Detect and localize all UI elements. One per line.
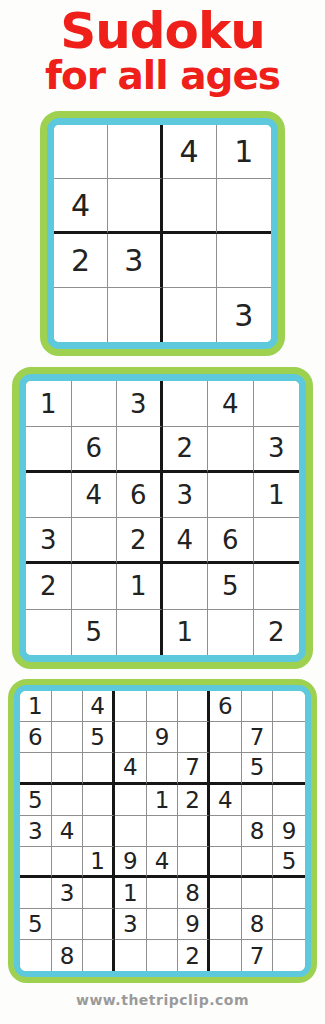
cell-r1c1[interactable] <box>54 125 108 179</box>
cell-r2c2[interactable] <box>108 179 162 233</box>
page-subtitle: for all ages <box>45 57 280 95</box>
cell-r9c5[interactable] <box>147 940 179 971</box>
sudoku-board-4x4-frame: 414233 <box>40 111 285 356</box>
cell-r4c5[interactable]: 1 <box>147 785 179 816</box>
cell-r5c6[interactable] <box>254 564 300 610</box>
cell-r1c4[interactable] <box>163 381 209 427</box>
cell-r9c4[interactable] <box>115 940 147 971</box>
cell-r5c7[interactable] <box>210 816 242 847</box>
cell-r6c4[interactable]: 9 <box>115 847 147 878</box>
sudoku-board-6x6-frame: 13462346313246215512 <box>12 367 313 669</box>
cell-r4c1[interactable]: 5 <box>20 785 52 816</box>
cell-r3c6[interactable]: 7 <box>178 753 210 784</box>
cell-r3c2[interactable]: 4 <box>72 473 118 519</box>
cell-r6c7[interactable] <box>210 847 242 878</box>
cell-r2c3[interactable]: 5 <box>83 722 115 753</box>
cell-r6c3[interactable] <box>117 610 163 656</box>
cell-r6c6[interactable] <box>178 847 210 878</box>
cell-r5c5[interactable]: 5 <box>208 564 254 610</box>
cell-r1c2[interactable] <box>52 691 84 722</box>
cell-r1c5[interactable]: 4 <box>208 381 254 427</box>
cell-r2c4[interactable] <box>217 179 271 233</box>
cell-r1c2[interactable] <box>72 381 118 427</box>
worksheet-page: Sudoku for all ages 414233 1346234631324… <box>0 0 325 1024</box>
cell-r7c9[interactable] <box>273 878 305 909</box>
cell-r1c3[interactable]: 3 <box>117 381 163 427</box>
cell-r4c2[interactable] <box>72 518 118 564</box>
cell-r2c9[interactable] <box>273 722 305 753</box>
cell-r8c6[interactable]: 9 <box>178 909 210 940</box>
cell-r5c2[interactable] <box>72 564 118 610</box>
cell-r5c2[interactable]: 4 <box>52 816 84 847</box>
cell-r4c1[interactable]: 3 <box>26 518 72 564</box>
cell-r5c4[interactable] <box>163 564 209 610</box>
cell-r4c4[interactable] <box>115 785 147 816</box>
cell-r1c9[interactable] <box>273 691 305 722</box>
cell-r8c5[interactable] <box>147 909 179 940</box>
sudoku-board-9x9-frame: 14665974755124348919453185398827 <box>8 679 317 983</box>
cell-r6c2[interactable]: 5 <box>72 610 118 656</box>
cell-r8c8[interactable]: 8 <box>242 909 274 940</box>
cell-r6c8[interactable] <box>242 847 274 878</box>
cell-r2c1[interactable]: 4 <box>54 179 108 233</box>
cell-r6c1[interactable] <box>20 847 52 878</box>
cell-r7c6[interactable]: 8 <box>178 878 210 909</box>
cell-r2c2[interactable]: 6 <box>72 427 118 473</box>
cell-r2c1[interactable]: 6 <box>20 722 52 753</box>
cell-r9c1[interactable] <box>20 940 52 971</box>
cell-r1c1[interactable]: 1 <box>26 381 72 427</box>
cell-r4c2[interactable] <box>52 785 84 816</box>
cell-r1c8[interactable] <box>242 691 274 722</box>
cell-r6c2[interactable] <box>52 847 84 878</box>
cell-r9c3[interactable] <box>83 940 115 971</box>
cell-r1c4[interactable] <box>115 691 147 722</box>
cell-r3c8[interactable]: 5 <box>242 753 274 784</box>
cell-r2c5[interactable] <box>208 427 254 473</box>
cell-r7c8[interactable] <box>242 878 274 909</box>
footer-url: www.thetripclip.com <box>76 992 249 1008</box>
cell-r4c4[interactable]: 3 <box>217 288 271 342</box>
cell-r4c6[interactable] <box>254 518 300 564</box>
sudoku-grid-6x6: 13462346313246215512 <box>26 381 299 655</box>
cell-r2c7[interactable] <box>210 722 242 753</box>
page-title: Sudoku <box>60 6 265 57</box>
cell-r4c7[interactable]: 4 <box>210 785 242 816</box>
cell-r5c1[interactable]: 3 <box>20 816 52 847</box>
cell-r8c9[interactable] <box>273 909 305 940</box>
cell-r8c2[interactable] <box>52 909 84 940</box>
cell-r8c1[interactable]: 5 <box>20 909 52 940</box>
cell-r9c8[interactable]: 7 <box>242 940 274 971</box>
cell-r5c4[interactable] <box>115 816 147 847</box>
cell-r7c2[interactable]: 3 <box>52 878 84 909</box>
cell-r1c1[interactable]: 1 <box>20 691 52 722</box>
cell-r1c6[interactable] <box>254 381 300 427</box>
cell-r4c3[interactable]: 2 <box>117 518 163 564</box>
sudoku-board-6x6-inner: 13462346313246215512 <box>19 374 306 662</box>
cell-r1c3[interactable]: 4 <box>163 125 217 179</box>
cell-r5c1[interactable]: 2 <box>26 564 72 610</box>
cell-r3c4[interactable]: 4 <box>115 753 147 784</box>
sudoku-grid-4x4: 414233 <box>54 125 271 342</box>
cell-r7c3[interactable] <box>83 878 115 909</box>
cell-r6c3[interactable]: 1 <box>83 847 115 878</box>
cell-r2c6[interactable]: 3 <box>254 427 300 473</box>
cell-r6c5[interactable]: 4 <box>147 847 179 878</box>
cell-r2c3[interactable] <box>117 427 163 473</box>
cell-r5c8[interactable]: 8 <box>242 816 274 847</box>
cell-r3c5[interactable] <box>208 473 254 519</box>
cell-r3c4[interactable]: 3 <box>163 473 209 519</box>
cell-r9c6[interactable]: 2 <box>178 940 210 971</box>
cell-r3c7[interactable] <box>210 753 242 784</box>
cell-r2c4[interactable] <box>115 722 147 753</box>
cell-r4c1[interactable] <box>54 288 108 342</box>
cell-r1c5[interactable] <box>147 691 179 722</box>
cell-r1c3[interactable]: 4 <box>83 691 115 722</box>
cell-r4c4[interactable]: 4 <box>163 518 209 564</box>
cell-r4c2[interactable] <box>108 288 162 342</box>
cell-r3c1[interactable]: 2 <box>54 234 108 288</box>
cell-r3c3[interactable] <box>83 753 115 784</box>
cell-r2c2[interactable] <box>52 722 84 753</box>
cell-r3c3[interactable] <box>163 234 217 288</box>
cell-r7c1[interactable] <box>20 878 52 909</box>
cell-r4c3[interactable] <box>83 785 115 816</box>
cell-r4c5[interactable]: 6 <box>208 518 254 564</box>
cell-r3c1[interactable] <box>26 473 72 519</box>
cell-r5c3[interactable] <box>83 816 115 847</box>
cell-r3c1[interactable] <box>20 753 52 784</box>
cell-r6c5[interactable] <box>208 610 254 656</box>
cell-r6c9[interactable]: 5 <box>273 847 305 878</box>
cell-r6c4[interactable]: 1 <box>163 610 209 656</box>
cell-r2c8[interactable]: 7 <box>242 722 274 753</box>
cell-r9c7[interactable] <box>210 940 242 971</box>
cell-r5c9[interactable]: 9 <box>273 816 305 847</box>
cell-r2c6[interactable] <box>178 722 210 753</box>
cell-r5c3[interactable]: 1 <box>117 564 163 610</box>
cell-r7c7[interactable] <box>210 878 242 909</box>
cell-r3c5[interactable] <box>147 753 179 784</box>
cell-r4c8[interactable] <box>242 785 274 816</box>
sudoku-grid-9x9: 14665974755124348919453185398827 <box>20 691 305 971</box>
cell-r2c4[interactable]: 2 <box>163 427 209 473</box>
cell-r1c6[interactable] <box>178 691 210 722</box>
cell-r1c2[interactable] <box>108 125 162 179</box>
cell-r7c5[interactable] <box>147 878 179 909</box>
cell-r3c2[interactable] <box>52 753 84 784</box>
sudoku-board-4x4-inner: 414233 <box>47 118 278 349</box>
cell-r7c4[interactable]: 1 <box>115 878 147 909</box>
cell-r9c2[interactable]: 8 <box>52 940 84 971</box>
cell-r3c3[interactable]: 6 <box>117 473 163 519</box>
cell-r3c2[interactable]: 3 <box>108 234 162 288</box>
cell-r8c4[interactable]: 3 <box>115 909 147 940</box>
cell-r4c3[interactable] <box>163 288 217 342</box>
cell-r5c6[interactable] <box>178 816 210 847</box>
cell-r4c6[interactable]: 2 <box>178 785 210 816</box>
cell-r1c4[interactable]: 1 <box>217 125 271 179</box>
cell-r9c9[interactable] <box>273 940 305 971</box>
cell-r5c5[interactable] <box>147 816 179 847</box>
cell-r1c7[interactable]: 6 <box>210 691 242 722</box>
cell-r8c3[interactable] <box>83 909 115 940</box>
cell-r4c9[interactable] <box>273 785 305 816</box>
cell-r3c6[interactable]: 1 <box>254 473 300 519</box>
cell-r6c6[interactable]: 2 <box>254 610 300 656</box>
cell-r6c1[interactable] <box>26 610 72 656</box>
cell-r3c4[interactable] <box>217 234 271 288</box>
cell-r2c1[interactable] <box>26 427 72 473</box>
cell-r3c9[interactable] <box>273 753 305 784</box>
sudoku-board-9x9-inner: 14665974755124348919453185398827 <box>14 685 311 977</box>
cell-r8c7[interactable] <box>210 909 242 940</box>
cell-r2c5[interactable]: 9 <box>147 722 179 753</box>
cell-r2c3[interactable] <box>163 179 217 233</box>
